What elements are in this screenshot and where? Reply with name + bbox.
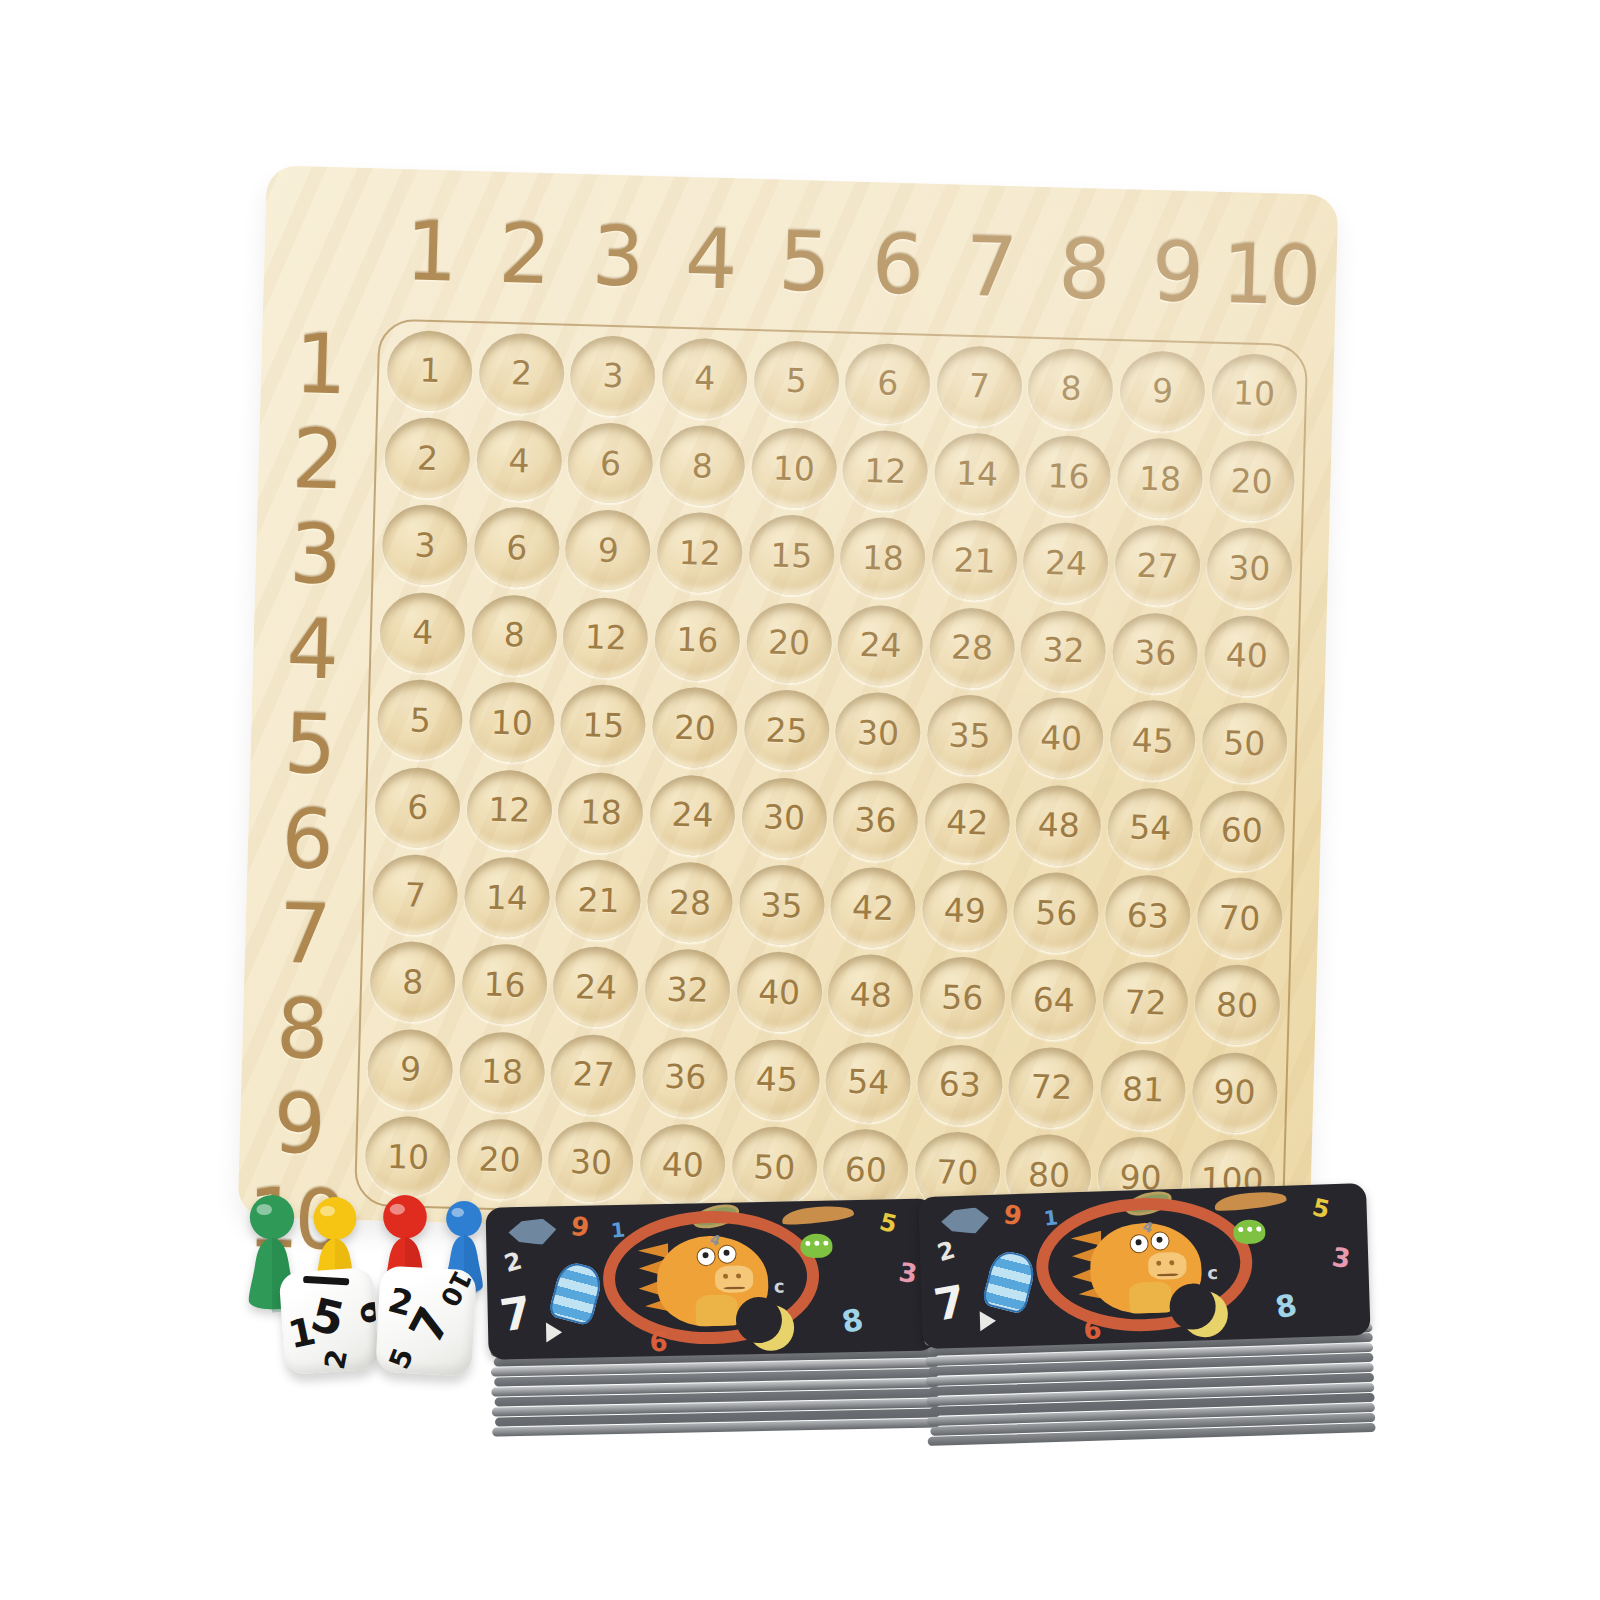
product-number: 27 xyxy=(1136,546,1179,586)
product-recess-21[interactable]: 21 xyxy=(555,859,642,941)
grid-cell-r4c9: 36 xyxy=(1108,608,1202,698)
product-number: 48 xyxy=(849,975,892,1015)
product-recess-36[interactable]: 36 xyxy=(1112,612,1199,694)
product-recess-45[interactable]: 45 xyxy=(733,1039,820,1121)
product-recess-4[interactable]: 4 xyxy=(476,419,563,501)
card-number-5: 5 xyxy=(878,1210,900,1237)
die-edge-mark xyxy=(303,1276,349,1285)
card-number-6: 6 xyxy=(1083,1316,1102,1343)
alien-eye xyxy=(814,1241,819,1246)
product-number: 4 xyxy=(508,441,530,481)
product-grid-panel: 1234567891024681012141618203691215182124… xyxy=(354,318,1308,1232)
grid-cell-r2c4: 8 xyxy=(655,421,749,511)
product-number: 30 xyxy=(1228,548,1271,588)
grid-cell-r4c2: 8 xyxy=(467,590,561,680)
product-recess-25[interactable]: 25 xyxy=(743,689,830,771)
product-recess-8[interactable]: 8 xyxy=(471,594,558,676)
grid-cell-r2c6: 12 xyxy=(838,426,932,516)
product-recess-6[interactable]: 6 xyxy=(374,766,461,848)
card-number-6: 6 xyxy=(649,1329,668,1355)
product-number: 4 xyxy=(412,613,434,653)
product-recess-24[interactable]: 24 xyxy=(552,946,639,1028)
alien-eye xyxy=(823,1241,828,1246)
product-recess-24[interactable]: 24 xyxy=(649,774,736,856)
product-number: 36 xyxy=(664,1057,707,1097)
product-recess-30[interactable]: 30 xyxy=(834,692,921,774)
grid-cell-r3c4: 12 xyxy=(653,508,747,598)
product-recess-54[interactable]: 54 xyxy=(1107,787,1194,869)
product-number: 30 xyxy=(857,713,900,753)
product-recess-18[interactable]: 18 xyxy=(1116,437,1203,519)
product-recess-20[interactable]: 20 xyxy=(651,687,738,769)
product-number: 18 xyxy=(1139,458,1182,498)
dinosaur-nostril xyxy=(1157,1261,1162,1266)
grid-cell-r10c3: 30 xyxy=(544,1117,638,1207)
row-header-9: 9 xyxy=(243,1075,352,1173)
product-number: 80 xyxy=(1027,1155,1070,1195)
col-header-2: 2 xyxy=(474,195,570,312)
product-recess-40[interactable]: 40 xyxy=(639,1123,726,1205)
card-number-3: 3 xyxy=(897,1258,919,1286)
grid-cell-r4c4: 16 xyxy=(650,595,744,685)
product-recess-3[interactable]: 3 xyxy=(382,504,469,586)
product-recess-27[interactable]: 27 xyxy=(550,1033,637,1115)
dinosaur-belly-icon xyxy=(696,1295,739,1326)
product-recess-48[interactable]: 48 xyxy=(827,954,914,1036)
grid-cell-r3c3: 9 xyxy=(561,505,655,595)
grid-cell-r7c7: 49 xyxy=(918,865,1012,955)
grid-cell-r8c7: 56 xyxy=(915,953,1009,1043)
product-number: 8 xyxy=(503,615,525,655)
product-recess-80[interactable]: 80 xyxy=(1193,964,1280,1046)
grid-cell-r3c9: 27 xyxy=(1111,521,1205,611)
product-recess-60[interactable]: 60 xyxy=(1198,789,1285,871)
product-recess-9[interactable]: 9 xyxy=(1119,350,1206,432)
die-left[interactable]: 5126 xyxy=(279,1267,380,1375)
product-recess-30[interactable]: 30 xyxy=(548,1121,635,1203)
product-recess-2[interactable]: 2 xyxy=(384,417,471,499)
grid-cell-r7c9: 63 xyxy=(1101,870,1195,960)
product-number: 30 xyxy=(570,1142,613,1182)
product-number: 2 xyxy=(417,438,439,478)
grid-cell-r4c3: 12 xyxy=(559,593,653,683)
play-triangle-icon xyxy=(980,1310,997,1330)
product-number: 49 xyxy=(943,890,986,930)
product-number: 10 xyxy=(772,448,815,488)
grid-cell-r4c7: 28 xyxy=(925,603,1019,693)
grid-cell-r5c6: 30 xyxy=(831,688,925,778)
col-header-4: 4 xyxy=(661,200,757,317)
product-recess-72[interactable]: 72 xyxy=(1008,1046,1095,1128)
product-recess-20[interactable]: 20 xyxy=(1208,440,1295,522)
grid-cell-r5c5: 25 xyxy=(740,685,834,775)
product-recess-10[interactable]: 10 xyxy=(1210,352,1297,434)
product-recess-8[interactable]: 8 xyxy=(659,424,746,506)
product-number: 24 xyxy=(859,625,902,665)
grid-cell-r9c8: 72 xyxy=(1004,1042,1098,1132)
product-recess-3[interactable]: 3 xyxy=(570,335,657,417)
grid-cell-r9c10: 90 xyxy=(1188,1048,1282,1138)
product-number: 12 xyxy=(864,451,907,491)
grid-cell-r4c8: 32 xyxy=(1017,606,1111,696)
product-recess-54[interactable]: 54 xyxy=(825,1041,912,1123)
product-recess-16[interactable]: 16 xyxy=(461,944,548,1026)
product-number: 3 xyxy=(602,356,624,396)
grid-cell-r9c4: 36 xyxy=(638,1032,732,1122)
product-recess-18[interactable]: 18 xyxy=(458,1031,545,1113)
product-recess-7[interactable]: 7 xyxy=(372,854,459,936)
lizard-doodle-icon xyxy=(1213,1188,1287,1214)
grid-cell-r5c8: 40 xyxy=(1014,693,1108,783)
card-number-2: 2 xyxy=(502,1248,525,1276)
product-recess-30[interactable]: 30 xyxy=(740,776,827,858)
grid-cell-r4c1: 4 xyxy=(376,588,470,678)
grid-cell-r8c1: 8 xyxy=(366,937,460,1027)
card-number-8: 8 xyxy=(839,1305,865,1338)
product-recess-40[interactable]: 40 xyxy=(1203,615,1290,697)
grid-cell-r1c1: 1 xyxy=(383,326,477,416)
product-number: 81 xyxy=(1121,1070,1164,1110)
product-recess-81[interactable]: 81 xyxy=(1099,1049,1186,1131)
product-recess-21[interactable]: 21 xyxy=(931,519,1018,601)
product-recess-42[interactable]: 42 xyxy=(924,782,1011,864)
product-number: 36 xyxy=(1134,633,1177,673)
col-header-7: 7 xyxy=(941,208,1037,325)
product-number: 9 xyxy=(597,531,619,571)
product-number: 15 xyxy=(582,705,625,745)
grid-cell-r3c8: 24 xyxy=(1019,518,1113,608)
product-recess-40[interactable]: 40 xyxy=(736,951,823,1033)
grid-cell-r3c2: 6 xyxy=(470,503,564,593)
product-number: 30 xyxy=(763,798,806,838)
product-recess-18[interactable]: 18 xyxy=(839,517,926,599)
product-recess-64[interactable]: 64 xyxy=(1010,959,1097,1041)
grid-cell-r2c8: 16 xyxy=(1022,431,1116,521)
product-number: 50 xyxy=(753,1147,796,1187)
crescent-moon-icon xyxy=(747,1305,794,1352)
number-card-top[interactable]: 29153c8647 xyxy=(486,1198,937,1359)
product-number: 7 xyxy=(404,875,426,915)
product-recess-63[interactable]: 63 xyxy=(1104,874,1191,956)
product-recess-10[interactable]: 10 xyxy=(364,1116,451,1198)
grid-cell-r1c10: 10 xyxy=(1207,349,1301,439)
grid-cell-r7c5: 35 xyxy=(735,860,829,950)
grid-cell-r8c9: 72 xyxy=(1098,958,1192,1048)
grid-cell-r6c7: 42 xyxy=(920,778,1014,868)
product-recess-14[interactable]: 14 xyxy=(463,856,550,938)
product-recess-12[interactable]: 12 xyxy=(466,769,553,851)
product-number: 40 xyxy=(1225,636,1268,676)
grid-cell-r10c4: 40 xyxy=(636,1120,730,1210)
grid-cell-r8c8: 64 xyxy=(1007,955,1101,1045)
grid-cell-r8c3: 24 xyxy=(549,942,643,1032)
product-recess-16[interactable]: 16 xyxy=(654,599,741,681)
product-recess-42[interactable]: 42 xyxy=(830,866,917,948)
crescent-moon-icon xyxy=(1181,1291,1228,1338)
row-header-1: 1 xyxy=(264,315,373,413)
product-recess-9[interactable]: 9 xyxy=(565,509,652,591)
product-recess-49[interactable]: 49 xyxy=(921,869,1008,951)
product-recess-5[interactable]: 5 xyxy=(753,340,840,422)
product-recess-32[interactable]: 32 xyxy=(1020,609,1107,691)
product-recess-8[interactable]: 8 xyxy=(369,941,456,1023)
product-number: 80 xyxy=(1215,985,1258,1025)
grid-cell-r1c2: 2 xyxy=(475,328,569,418)
alien-eye xyxy=(1238,1227,1243,1232)
grid-cell-r9c9: 81 xyxy=(1096,1045,1190,1135)
product-number: 16 xyxy=(1047,456,1090,496)
card-stack-right[interactable]: 29153c8647 xyxy=(918,1183,1380,1455)
grid-cell-r1c5: 5 xyxy=(749,336,843,426)
product-recess-20[interactable]: 20 xyxy=(456,1118,543,1200)
product-recess-36[interactable]: 36 xyxy=(642,1036,729,1118)
grid-cell-r5c10: 50 xyxy=(1197,698,1291,788)
grid-cell-r5c7: 35 xyxy=(923,690,1017,780)
alien-eye xyxy=(1247,1227,1252,1232)
alien-icon xyxy=(800,1234,832,1259)
product-number: 8 xyxy=(691,446,713,486)
product-recess-6[interactable]: 6 xyxy=(844,342,931,424)
grid-cell-r7c4: 28 xyxy=(643,857,737,947)
product-recess-10[interactable]: 10 xyxy=(468,681,555,763)
product-recess-56[interactable]: 56 xyxy=(1013,871,1100,953)
grid-cell-r6c8: 48 xyxy=(1012,780,1106,870)
product-number: 40 xyxy=(661,1144,704,1184)
product-number: 45 xyxy=(755,1060,798,1100)
product-recess-14[interactable]: 14 xyxy=(933,432,1020,514)
product-recess-72[interactable]: 72 xyxy=(1102,961,1189,1043)
grid-cell-r7c10: 70 xyxy=(1192,873,1286,963)
product-recess-35[interactable]: 35 xyxy=(926,694,1013,776)
grid-cell-r8c6: 48 xyxy=(824,950,918,1040)
product-recess-35[interactable]: 35 xyxy=(738,864,825,946)
product-recess-10[interactable]: 10 xyxy=(750,427,837,509)
product-number: 16 xyxy=(483,965,526,1005)
product-number: 63 xyxy=(938,1065,981,1105)
grid-cell-r9c6: 54 xyxy=(821,1037,915,1127)
product-number: 25 xyxy=(765,710,808,750)
dinosaur-snout-icon xyxy=(1148,1252,1186,1280)
product-recess-45[interactable]: 45 xyxy=(1109,699,1196,781)
product-number: 90 xyxy=(1213,1072,1256,1112)
grid-cell-r9c3: 27 xyxy=(547,1030,641,1120)
product-number: 20 xyxy=(767,623,810,663)
product-number: 20 xyxy=(673,708,716,748)
product-number: 8 xyxy=(1060,369,1082,409)
product-number: 18 xyxy=(579,792,622,832)
product-recess-15[interactable]: 15 xyxy=(560,684,647,766)
dinosaur-eye-icon xyxy=(697,1246,716,1265)
dinosaur-nostril xyxy=(1169,1261,1174,1266)
card-number-1: 1 xyxy=(1043,1207,1059,1229)
grid-cell-r1c8: 8 xyxy=(1024,344,1118,434)
die-right[interactable]: 10275 xyxy=(375,1266,476,1377)
product-recess-5[interactable]: 5 xyxy=(377,679,464,761)
product-number: 63 xyxy=(1126,895,1169,935)
product-number: 9 xyxy=(399,1050,421,1090)
row-header-8: 8 xyxy=(245,980,354,1078)
col-header-1: 1 xyxy=(381,193,477,310)
grid-cell-r4c5: 20 xyxy=(742,598,836,688)
product-recess-28[interactable]: 28 xyxy=(646,861,733,943)
product-recess-12[interactable]: 12 xyxy=(656,512,743,594)
grid-cell-r5c3: 15 xyxy=(556,680,650,770)
dinosaur-mouth xyxy=(723,1286,746,1289)
col-header-8: 8 xyxy=(1034,211,1130,328)
card-number-7: 7 xyxy=(498,1290,535,1338)
card-number-c: c xyxy=(774,1278,785,1296)
grid-cell-r6c1: 6 xyxy=(371,762,465,852)
col-header-10: 10 xyxy=(1220,216,1317,333)
dinosaur-pupil xyxy=(724,1249,730,1255)
grid-cell-r6c9: 54 xyxy=(1103,783,1197,873)
product-recess-15[interactable]: 15 xyxy=(748,514,835,596)
grid-cell-r2c1: 2 xyxy=(381,413,475,503)
product-number: 5 xyxy=(785,361,807,401)
grid-cell-r2c9: 18 xyxy=(1113,433,1207,523)
alien-eye xyxy=(805,1241,810,1246)
row-header-5: 5 xyxy=(253,695,362,793)
product-recess-7[interactable]: 7 xyxy=(936,345,1023,427)
grid-cell-r10c5: 50 xyxy=(727,1122,821,1212)
product-number: 32 xyxy=(1042,630,1085,670)
grid-cell-r3c10: 30 xyxy=(1202,523,1296,613)
grid-cell-r1c9: 9 xyxy=(1116,346,1210,436)
product-recess-20[interactable]: 20 xyxy=(745,602,832,684)
row-header-4: 4 xyxy=(256,600,365,698)
rocket-icon xyxy=(548,1259,605,1326)
product-number: 4 xyxy=(694,358,716,398)
grid-cell-r2c2: 4 xyxy=(472,416,566,506)
fish-doodle-icon xyxy=(941,1207,990,1234)
rocket-icon xyxy=(981,1248,1038,1315)
product-number: 54 xyxy=(1129,808,1172,848)
product-recess-27[interactable]: 27 xyxy=(1114,525,1201,607)
number-card-top[interactable]: 29153c8647 xyxy=(918,1183,1371,1349)
grid-cell-r7c6: 42 xyxy=(826,863,920,953)
product-recess-28[interactable]: 28 xyxy=(928,607,1015,689)
product-recess-63[interactable]: 63 xyxy=(916,1044,1003,1126)
row-header-2: 2 xyxy=(261,410,370,508)
card-stack-left[interactable]: 29153c8647 xyxy=(486,1198,943,1447)
product-recess-8[interactable]: 8 xyxy=(1027,347,1114,429)
grid-cell-r8c2: 16 xyxy=(457,940,551,1030)
product-recess-12[interactable]: 12 xyxy=(562,597,649,679)
play-triangle-icon xyxy=(546,1322,562,1342)
product-photo-scene: 12345678910 12345678910 1234567891024681… xyxy=(0,0,1600,1600)
card-number-5: 5 xyxy=(1310,1195,1332,1222)
card-number-3: 3 xyxy=(1331,1244,1353,1272)
grid-cell-r8c10: 80 xyxy=(1190,960,1284,1050)
dinosaur-eye-icon xyxy=(1151,1231,1171,1251)
product-number: 40 xyxy=(1040,718,1083,758)
product-number: 2 xyxy=(511,353,533,393)
grid-cell-r5c9: 45 xyxy=(1106,696,1200,786)
product-recess-18[interactable]: 18 xyxy=(557,771,644,853)
product-recess-16[interactable]: 16 xyxy=(1025,435,1112,517)
grid-cell-r9c1: 9 xyxy=(364,1025,458,1115)
product-number: 3 xyxy=(414,526,436,566)
col-header-5: 5 xyxy=(754,203,850,320)
product-number: 14 xyxy=(955,453,998,493)
grid-cell-r1c4: 4 xyxy=(658,333,752,423)
grid-cell-r10c2: 20 xyxy=(453,1114,547,1204)
grid-cell-r6c5: 30 xyxy=(737,773,831,863)
card-number-2: 2 xyxy=(935,1237,958,1265)
dinosaur-snout-icon xyxy=(715,1266,753,1294)
product-number: 7 xyxy=(968,366,990,406)
product-recess-48[interactable]: 48 xyxy=(1015,784,1102,866)
grid-cell-r9c5: 45 xyxy=(730,1035,824,1125)
product-number: 35 xyxy=(948,715,991,755)
product-number: 5 xyxy=(409,700,431,740)
grid-cell-r4c10: 40 xyxy=(1200,611,1294,701)
product-recess-12[interactable]: 12 xyxy=(842,430,929,512)
product-recess-4[interactable]: 4 xyxy=(661,337,748,419)
grid-cell-r7c2: 14 xyxy=(460,852,554,942)
grid-cell-r2c3: 6 xyxy=(564,418,658,508)
product-recess-56[interactable]: 56 xyxy=(919,956,1006,1038)
product-recess-40[interactable]: 40 xyxy=(1018,697,1105,779)
product-number: 12 xyxy=(488,790,531,830)
product-recess-4[interactable]: 4 xyxy=(379,591,466,673)
product-number: 12 xyxy=(584,618,627,658)
product-number: 27 xyxy=(572,1055,615,1095)
card-number-9: 9 xyxy=(1002,1201,1024,1229)
product-number: 24 xyxy=(1045,543,1088,583)
product-number: 20 xyxy=(478,1139,521,1179)
product-number: 28 xyxy=(951,628,994,668)
product-recess-6[interactable]: 6 xyxy=(473,507,560,589)
product-recess-50[interactable]: 50 xyxy=(731,1126,818,1208)
grid-cell-r1c3: 3 xyxy=(566,331,660,421)
grid-cell-r3c7: 21 xyxy=(928,516,1022,606)
product-number: 21 xyxy=(953,541,996,581)
card-number-c: c xyxy=(1207,1264,1218,1282)
product-number: 32 xyxy=(666,970,709,1010)
product-number: 10 xyxy=(1233,374,1276,414)
grid-cell-r1c7: 7 xyxy=(932,341,1026,431)
product-number: 6 xyxy=(877,364,899,404)
product-recess-50[interactable]: 50 xyxy=(1201,702,1288,784)
die-face-number-2: 2 xyxy=(321,1347,352,1371)
product-recess-2[interactable]: 2 xyxy=(478,332,565,414)
product-recess-90[interactable]: 90 xyxy=(1191,1051,1278,1133)
product-recess-6[interactable]: 6 xyxy=(567,422,654,504)
product-number: 72 xyxy=(1124,983,1167,1023)
product-recess-32[interactable]: 32 xyxy=(644,949,731,1031)
product-number: 24 xyxy=(671,795,714,835)
product-recess-9[interactable]: 9 xyxy=(367,1028,454,1110)
product-recess-30[interactable]: 30 xyxy=(1206,527,1293,609)
product-number: 10 xyxy=(490,703,533,743)
product-recess-1[interactable]: 1 xyxy=(386,329,473,411)
product-number: 60 xyxy=(1220,810,1263,850)
col-header-9: 9 xyxy=(1127,213,1223,330)
product-recess-70[interactable]: 70 xyxy=(1196,877,1283,959)
product-recess-36[interactable]: 36 xyxy=(832,779,919,861)
product-number: 28 xyxy=(669,882,712,922)
grid-cell-r6c4: 24 xyxy=(646,770,740,860)
grid-cell-r7c1: 7 xyxy=(368,850,462,940)
product-recess-24[interactable]: 24 xyxy=(837,604,924,686)
multiplication-board: 12345678910 12345678910 1234567891024681… xyxy=(238,165,1339,1247)
product-number: 16 xyxy=(676,620,719,660)
product-recess-24[interactable]: 24 xyxy=(1022,522,1109,604)
product-number: 6 xyxy=(600,443,622,483)
row-header-6: 6 xyxy=(251,790,360,888)
product-number: 42 xyxy=(852,887,895,927)
